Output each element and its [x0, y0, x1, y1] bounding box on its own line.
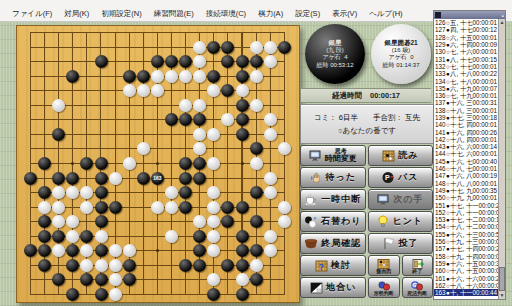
button-label: 石替わり [321, 215, 361, 228]
bulb-icon [377, 215, 389, 228]
white-stone [109, 273, 122, 286]
move-time: 00:00:44 [472, 289, 497, 296]
move-time: 00:00:18 [472, 114, 497, 121]
move-number: 134 [435, 78, 445, 85]
move-list-row[interactable]: 151●十七, 十一00:00:28 [434, 201, 498, 208]
white-stone [123, 244, 136, 257]
button-終局確認[interactable]: 終局確認 [300, 233, 366, 254]
menu-item[interactable]: 対局(K) [58, 7, 95, 21]
white-stone [165, 201, 178, 214]
move-time: 00:00:01 [472, 136, 497, 143]
white-stone [66, 230, 79, 243]
move-coordinate: 八, 十八 [450, 70, 472, 77]
stones-rb2-icon: C [410, 281, 424, 291]
move-number: 157 [435, 245, 445, 252]
black-stone [123, 70, 136, 83]
elapsed-value: 00:00:17 [370, 91, 400, 100]
move-number: 153 [435, 216, 445, 223]
move-time: 00:00:07 [472, 85, 497, 92]
white-stone [193, 99, 206, 112]
black-stone [207, 41, 220, 54]
bowl-icon [304, 238, 318, 250]
white-stone [278, 201, 291, 214]
black-stone [179, 157, 192, 170]
move-time: 00:00:23 [479, 245, 499, 252]
move-time: 00:00:01 [472, 63, 497, 70]
stones-icon [304, 216, 318, 228]
black-stone [179, 172, 192, 185]
black-stone [38, 259, 51, 272]
black-stone [24, 172, 37, 185]
white-total-time: 総時 01:14:37 [382, 62, 419, 70]
black-stone [123, 259, 136, 272]
black-stone [193, 230, 206, 243]
move-list-row[interactable]: 156○十九, 十三00:00:01 [434, 238, 498, 245]
move-number: 155 [435, 231, 445, 238]
flag-icon [382, 237, 395, 250]
black-stone [236, 128, 249, 141]
black-stone [236, 99, 249, 112]
move-list-row[interactable]: 152○十八, 十一00:00:01 [434, 209, 498, 216]
move-list-row[interactable]: 131●八, 十七00:00:15 [434, 55, 498, 62]
black-stone [250, 244, 263, 257]
button-一時中断[interactable]: 一時中断 [300, 189, 366, 210]
move-number: 136 [435, 92, 445, 99]
move-number: 138 [435, 107, 445, 114]
black-stone [207, 70, 220, 83]
white-stone [264, 55, 277, 68]
move-list-row[interactable]: 132○七, 十七00:00:01 [434, 63, 498, 70]
move-time: 00:00:01 [472, 150, 497, 157]
move-list-row[interactable]: 158○十九, 十四00:00:01 [434, 253, 498, 260]
move-list-row[interactable]: 134○七, 十八00:00:01 [434, 77, 498, 84]
button-検討[interactable]: ?検討 [300, 255, 366, 276]
black-stone [66, 288, 79, 301]
black-stone [250, 215, 263, 228]
button-label: ヒント [392, 215, 423, 228]
move-coordinate: 十八, 十六 [450, 282, 479, 289]
move-time: 00:00:15 [472, 56, 497, 63]
move-list-row[interactable]: 143●十六, 六00:00:14 [434, 143, 498, 150]
move-coordinate: 七, 十六 [450, 48, 472, 55]
move-number: 156 [435, 238, 445, 245]
move-coordinate: 四, 十七 [450, 26, 472, 33]
move-list-row[interactable]: 157●十七, 十四00:00:23 [434, 245, 498, 252]
white-stone [109, 259, 122, 272]
move-coordinate: 十七, 十四 [450, 245, 479, 252]
white-stone [264, 172, 277, 185]
black-stone [66, 172, 79, 185]
move-number: 128 [435, 34, 445, 41]
white-player-rank: (16 級) [392, 47, 410, 55]
move-time: 00:00:20 [479, 275, 499, 282]
move-coordinate: 十六, 十六 [450, 275, 479, 282]
move-number: 146 [435, 165, 445, 172]
exit-icon [411, 259, 424, 269]
move-list-icon [435, 12, 441, 18]
move-coordinate: 十六, 三 [450, 99, 472, 106]
white-stone [193, 41, 206, 54]
move-coordinate: 十九, 十三 [450, 238, 479, 245]
move-list-row[interactable]: 155●十六, 十三00:00:52 [434, 231, 498, 238]
move-coordinate: 十八, 十二 [450, 223, 479, 230]
white-stone [264, 186, 277, 199]
move-number: 147 [435, 172, 445, 179]
white-stone [193, 70, 206, 83]
last-move-stone: 163 [151, 172, 164, 185]
move-number: 133 [435, 70, 445, 77]
button-label: 検討 [331, 259, 351, 272]
go-board[interactable]: 163 [16, 25, 300, 303]
elapsed-time-bar: 経過時間 00:00:17 [301, 88, 431, 103]
black-stone [193, 259, 206, 272]
move-time: 00:00:26 [472, 129, 497, 136]
button-待った[interactable]: 待った [300, 167, 366, 188]
move-list-row[interactable]: 129●六, 十四00:00:09 [434, 41, 498, 48]
move-time: 00:00:31 [472, 99, 497, 106]
black-stone [38, 230, 51, 243]
pass-icon: P [382, 171, 395, 184]
move-time: 00:00:52 [479, 231, 499, 238]
move-list-row[interactable]: 128○六, 十五00:00:01 [434, 34, 498, 41]
move-number: 152 [435, 209, 445, 216]
black-stone [109, 201, 122, 214]
menu-item[interactable]: 練習問題(E) [148, 7, 200, 21]
white-stone [95, 259, 108, 272]
move-coordinate: 十八, 八 [450, 180, 472, 187]
black-player-rank: (九 段) [326, 47, 344, 55]
move-list-row[interactable]: 161●十六, 十六00:00:20 [434, 274, 498, 281]
move-list-row[interactable]: 163●十, 十一00:00:44 [434, 289, 498, 296]
move-list-row[interactable]: 145●十六, 七00:00:40 [434, 158, 498, 165]
menu-item[interactable]: ファイル(F) [6, 7, 58, 21]
black-stone [236, 70, 249, 83]
move-list-row[interactable]: 126○五, 十七00:00:01 [434, 19, 498, 26]
button-label: 時間変更 [325, 154, 357, 163]
move-coordinate: 十九, 十四 [450, 253, 479, 260]
white-stone [137, 84, 150, 97]
move-list-row[interactable]: 147●十六, 八00:00:19 [434, 172, 498, 179]
button-形勢判断[interactable]: 形勢判断 [368, 277, 400, 298]
white-stone [264, 230, 277, 243]
move-list-row[interactable]: 150○十九, 九00:00:01 [434, 194, 498, 201]
collapse-icon[interactable]: ▴ [501, 13, 504, 18]
move-number: 135 [435, 85, 445, 92]
move-time: 00:00:01 [472, 165, 497, 172]
move-number: 151 [435, 202, 445, 209]
move-number: 141 [435, 129, 445, 136]
move-list-row[interactable]: 139●十七, 三00:00:18 [434, 114, 498, 121]
move-list-row[interactable]: 136○七, 十九00:00:01 [434, 92, 498, 99]
button-パス[interactable]: Pパス [368, 167, 434, 188]
black-stone [221, 201, 234, 214]
menu-item[interactable]: 設定(S) [289, 7, 326, 21]
button-label: 盤面図 [376, 269, 391, 274]
white-stone [95, 230, 108, 243]
button-地合い[interactable]: 地合い [300, 277, 366, 298]
move-list-row[interactable]: 138○十八, 三00:00:01 [434, 107, 498, 114]
white-stone [123, 84, 136, 97]
menu-item[interactable]: 初期設定(N) [95, 7, 147, 21]
black-player-name: 銀星 [329, 39, 342, 47]
button-石替わり[interactable]: 石替わり [300, 211, 366, 232]
board-q-icon: ? [315, 260, 328, 272]
move-number: 144 [435, 150, 445, 157]
white-stone [193, 128, 206, 141]
move-coordinate: 十, 十一 [450, 289, 472, 296]
white-stone [250, 157, 263, 170]
move-time: 00:00:01 [479, 238, 499, 245]
move-time: 00:00:14 [472, 143, 497, 150]
button-死活判断[interactable]: C死活判断 [402, 277, 434, 298]
black-stone [95, 273, 108, 286]
move-coordinate: 十七, 九 [450, 187, 472, 194]
move-time: 00:00:01 [472, 180, 497, 187]
white-stone [278, 215, 291, 228]
move-time: 00:00:01 [472, 107, 497, 114]
button-読み[interactable]: 読み [368, 145, 434, 166]
coffee-icon [304, 194, 318, 206]
black-stone [95, 186, 108, 199]
move-coordinate: 六, 十九 [450, 85, 472, 92]
hand-icon [310, 172, 323, 184]
black-stone [95, 172, 108, 185]
move-list-row[interactable]: 127●四, 十七00:00:12 [434, 26, 498, 33]
button-label: 死活判断 [407, 291, 427, 296]
move-list-row[interactable]: 142○十八, 四00:00:01 [434, 136, 498, 143]
move-coordinate: 十八, 十一 [450, 209, 479, 216]
button-label: 地合い [326, 281, 356, 294]
button-投了[interactable]: 投了 [368, 233, 434, 254]
black-stone [137, 70, 150, 83]
button-label: パス [398, 171, 418, 184]
hoshi-point [241, 162, 244, 165]
white-stone [264, 128, 277, 141]
black-stone [165, 55, 178, 68]
move-list-row[interactable]: 137●十六, 三00:00:31 [434, 99, 498, 106]
black-stone [95, 288, 108, 301]
button-label: 投了 [398, 237, 418, 250]
move-coordinate: 六, 十四 [450, 41, 472, 48]
move-number: 143 [435, 143, 445, 150]
move-number: 132 [435, 63, 445, 70]
black-stone [236, 288, 249, 301]
black-captures: アゲ石 4 [323, 54, 348, 62]
white-stone [264, 41, 277, 54]
move-coordinate: 七, 十八 [450, 78, 472, 85]
move-coordinate: 十七, 三 [450, 114, 472, 121]
move-time: 00:00:01 [472, 121, 497, 128]
menu-item[interactable]: ヘルプ(H) [363, 7, 408, 21]
white-stone [151, 84, 164, 97]
move-list-row[interactable]: 144○十七, 六00:00:01 [434, 150, 498, 157]
move-list-row[interactable]: 135●六, 十九00:00:07 [434, 85, 498, 92]
move-number: 137 [435, 99, 445, 106]
black-stone [236, 113, 249, 126]
black-stone [250, 273, 263, 286]
move-list-row[interactable]: 159●十六, 十五00:00:38 [434, 260, 498, 267]
move-time: 00:00:01 [479, 223, 499, 230]
move-time: 00:00:22 [472, 70, 497, 77]
move-list-row[interactable]: 154○十八, 十二00:00:01 [434, 223, 498, 230]
move-list[interactable]: 126○五, 十七00:00:01127●四, 十七00:00:12128○六,… [434, 19, 498, 299]
move-coordinate: 十八, 七 [450, 165, 472, 172]
move-list-row[interactable]: 140○十七, 四00:00:01 [434, 121, 498, 128]
move-coordinate: 十六, 七 [450, 158, 472, 165]
move-coordinate: 十六, 十三 [450, 231, 479, 238]
move-list-row[interactable]: 160○十八, 十五00:00:01 [434, 267, 498, 274]
move-number: 162 [435, 282, 445, 289]
move-list-header: ▴ [434, 11, 505, 19]
white-stone [264, 244, 277, 257]
black-stone [236, 55, 249, 68]
button-盤面図[interactable]: 盤面図 [368, 255, 400, 276]
white-stone [236, 273, 249, 286]
move-time: 00:00:01 [479, 209, 499, 216]
move-list-row[interactable]: 130○七, 十六00:00:01 [434, 48, 498, 55]
black-total-time: 総時 00:53:12 [316, 62, 353, 70]
button-label: 次の手 [393, 193, 423, 206]
move-coordinate: 十七, 十二 [450, 216, 479, 223]
move-coordinate: 十八, 三 [450, 107, 472, 114]
move-number: 158 [435, 253, 445, 260]
move-coordinate: 七, 十七 [450, 63, 472, 70]
white-stone [179, 99, 192, 112]
move-number: 139 [435, 114, 445, 121]
white-stone [236, 84, 249, 97]
black-stone [52, 230, 65, 243]
white-stone [38, 201, 51, 214]
button-時間変更[interactable]: 思考時間変更 [300, 145, 366, 166]
svg-text:?: ? [319, 261, 325, 271]
white-stone [151, 201, 164, 214]
move-time: 00:00:01 [479, 282, 499, 289]
black-stone [250, 55, 263, 68]
white-stone [80, 201, 93, 214]
move-time: 00:00:01 [472, 78, 497, 85]
white-stone [165, 70, 178, 83]
move-number: 130 [435, 48, 445, 55]
white-stone [207, 201, 220, 214]
move-list-row[interactable]: 141●十六, 四00:00:26 [434, 128, 498, 135]
move-time: 00:00:28 [479, 202, 499, 209]
button-label: 形勢判断 [374, 291, 394, 296]
white-stone [250, 41, 263, 54]
territory-icon [310, 282, 323, 294]
move-time: 00:00:12 [472, 26, 497, 33]
move-number: 126 [435, 19, 445, 26]
black-player-badge: 銀星 (九 段) アゲ石 4 総時 00:53:12 [305, 24, 365, 84]
move-number: 161 [435, 275, 445, 282]
move-list-row[interactable]: 149●十七, 九00:00:35 [434, 187, 498, 194]
black-stone [95, 215, 108, 228]
button-終了[interactable]: 終了 [402, 255, 434, 276]
move-time: 00:00:01 [472, 48, 497, 55]
black-stone [38, 157, 51, 170]
move-number: 140 [435, 121, 445, 128]
move-time: 00:00:19 [472, 172, 497, 179]
move-time: 00:00:01 [472, 34, 497, 41]
white-stone [264, 113, 277, 126]
white-stone [250, 259, 263, 272]
menu-item[interactable]: 表示(V) [326, 7, 363, 21]
button-ヒント[interactable]: ヒント [368, 211, 434, 232]
move-coordinate: 十六, 八 [450, 172, 472, 179]
white-stone [151, 70, 164, 83]
scroll-down-icon[interactable]: ▼ [499, 292, 505, 299]
white-stone [109, 172, 122, 185]
move-number: 127 [435, 26, 445, 33]
white-stone [179, 70, 192, 83]
button-label: 終局確認 [321, 237, 361, 250]
elapsed-label: 経過時間 [332, 91, 362, 101]
move-coordinate: 七, 十九 [450, 92, 472, 99]
black-stone [66, 70, 79, 83]
move-list-row[interactable]: 133●八, 十八00:00:22 [434, 70, 498, 77]
move-number: 149 [435, 187, 445, 194]
white-stone [109, 244, 122, 257]
black-stone [207, 288, 220, 301]
black-stone [52, 172, 65, 185]
hoshi-point [156, 162, 159, 165]
button-label: 読み [398, 149, 418, 162]
black-stone [193, 172, 206, 185]
move-list-scrollbar[interactable]: ▲ ▼ [498, 19, 505, 299]
move-coordinate: 八, 十七 [450, 56, 472, 63]
app-window: ファイル(F)対局(K)初期設定(N)練習問題(E)接続環境(C)棋力(A)設定… [0, 0, 512, 306]
move-list-row[interactable]: 153●十七, 十二00:00:17 [434, 216, 498, 223]
move-number: 159 [435, 260, 445, 267]
white-stone [250, 70, 263, 83]
scroll-up-icon[interactable]: ▲ [499, 19, 505, 26]
black-stone [278, 41, 291, 54]
move-number: 163 [435, 289, 445, 296]
move-coordinate: 十六, 十五 [450, 260, 479, 267]
white-stone [165, 186, 178, 199]
white-stone [109, 288, 122, 301]
menu-item[interactable]: 接続環境(C) [200, 7, 252, 21]
scrollbar-thumb[interactable] [499, 267, 505, 291]
stones-rb-icon [377, 281, 391, 291]
move-number: 129 [435, 41, 445, 48]
move-coordinate: 十七, 四 [450, 121, 472, 128]
move-list-row[interactable]: 148○十八, 八00:00:01 [434, 180, 498, 187]
button-panel: 思考時間変更読み待ったPパス一時中断次の手石替わりヒント終局確認投了?検討盤面図… [300, 145, 433, 299]
button-label: 待った [326, 171, 356, 184]
turn-indicator: ○あなたの番です [338, 126, 396, 136]
black-stone [236, 244, 249, 257]
black-stone [236, 230, 249, 243]
menu-item[interactable]: 棋力(A) [252, 7, 289, 21]
black-stone [236, 201, 249, 214]
move-time: 00:00:01 [472, 194, 497, 201]
white-stone [278, 142, 291, 155]
black-stone [137, 172, 150, 185]
move-number: 148 [435, 180, 445, 187]
black-stone [250, 186, 263, 199]
move-list-row[interactable]: 162○十八, 十六00:00:01 [434, 282, 498, 289]
button-label: 終了 [412, 269, 422, 274]
move-list-panel: ▴ 126○五, 十七00:00:01127●四, 十七00:00:12128○… [433, 10, 506, 300]
move-coordinate: 十七, 六 [450, 150, 472, 157]
white-stone [207, 230, 220, 243]
move-coordinate: 十六, 六 [450, 143, 472, 150]
move-coordinate: 六, 十五 [450, 34, 472, 41]
move-time: 00:00:01 [479, 267, 499, 274]
move-list-row[interactable]: 146○十八, 七00:00:01 [434, 165, 498, 172]
move-number: 150 [435, 194, 445, 201]
button-次の手[interactable]: 次の手 [368, 189, 434, 210]
